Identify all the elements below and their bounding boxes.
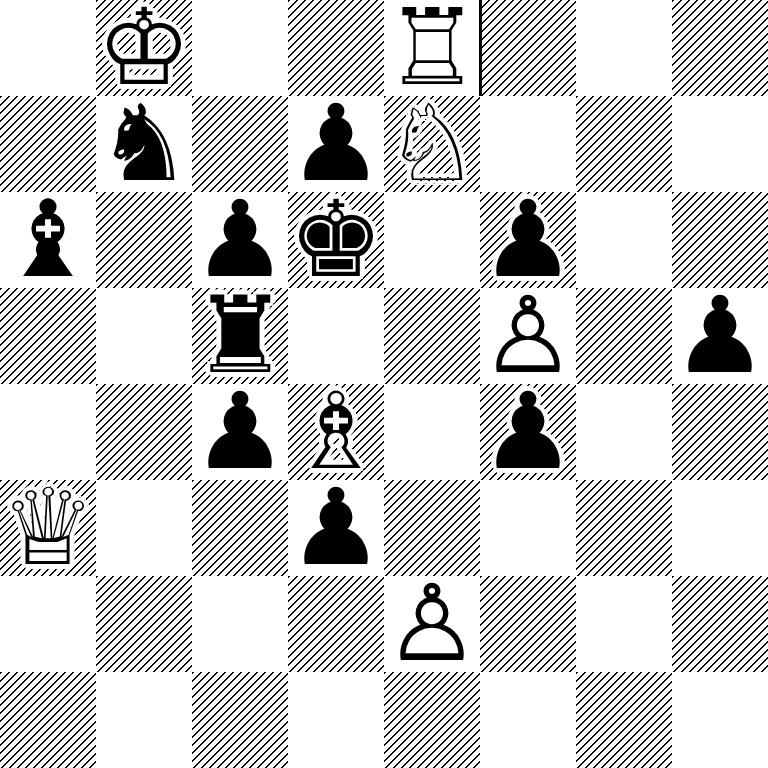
- square-b5[interactable]: [96, 288, 192, 384]
- square-b4[interactable]: [96, 384, 192, 480]
- piece-white-knight-icon: ♘: [384, 91, 479, 197]
- square-g7[interactable]: [576, 96, 672, 192]
- square-c4[interactable]: ♟: [192, 384, 288, 480]
- square-g2[interactable]: [576, 576, 672, 672]
- square-f3[interactable]: [480, 480, 576, 576]
- piece-black-bishop-icon: ♝: [0, 187, 95, 293]
- square-d3[interactable]: ♟: [288, 480, 384, 576]
- square-h1[interactable]: [672, 672, 768, 768]
- square-a3[interactable]: ♕: [0, 480, 96, 576]
- square-g1[interactable]: [576, 672, 672, 768]
- square-h4[interactable]: [672, 384, 768, 480]
- square-a8[interactable]: [0, 0, 96, 96]
- square-c8[interactable]: [192, 0, 288, 96]
- square-e1[interactable]: [384, 672, 480, 768]
- square-h2[interactable]: [672, 576, 768, 672]
- square-e5[interactable]: [384, 288, 480, 384]
- square-b6[interactable]: [96, 192, 192, 288]
- square-b3[interactable]: [96, 480, 192, 576]
- square-g8[interactable]: [576, 0, 672, 96]
- piece-white-pawn-icon: ♙: [384, 571, 479, 677]
- square-f8[interactable]: [480, 0, 576, 96]
- square-f2[interactable]: [480, 576, 576, 672]
- square-c3[interactable]: [192, 480, 288, 576]
- square-f4[interactable]: ♟: [480, 384, 576, 480]
- square-f1[interactable]: [480, 672, 576, 768]
- piece-black-knight-icon: ♞: [96, 91, 191, 197]
- square-a2[interactable]: [0, 576, 96, 672]
- square-c2[interactable]: [192, 576, 288, 672]
- square-h8[interactable]: [672, 0, 768, 96]
- square-g6[interactable]: [576, 192, 672, 288]
- piece-black-pawn-icon: ♟: [672, 283, 767, 389]
- square-d2[interactable]: [288, 576, 384, 672]
- square-a6[interactable]: ♝: [0, 192, 96, 288]
- piece-white-queen-icon: ♕: [0, 475, 95, 581]
- square-a5[interactable]: [0, 288, 96, 384]
- square-b7[interactable]: ♞: [96, 96, 192, 192]
- chess-board: ♔♖♞♟♘♝♟♚♟♜♙♟♟♗♟♕♟♙: [0, 0, 768, 768]
- square-g4[interactable]: [576, 384, 672, 480]
- chess-diagram: ♔♖♞♟♘♝♟♚♟♜♙♟♟♗♟♕♟♙: [0, 0, 768, 768]
- square-e2[interactable]: ♙: [384, 576, 480, 672]
- piece-black-pawn-icon: ♟: [192, 379, 287, 485]
- square-g5[interactable]: [576, 288, 672, 384]
- square-d6[interactable]: ♚: [288, 192, 384, 288]
- piece-black-king-icon: ♚: [288, 187, 383, 293]
- square-b2[interactable]: [96, 576, 192, 672]
- square-b1[interactable]: [96, 672, 192, 768]
- square-h3[interactable]: [672, 480, 768, 576]
- square-e4[interactable]: [384, 384, 480, 480]
- piece-black-pawn-icon: ♟: [480, 379, 575, 485]
- square-c1[interactable]: [192, 672, 288, 768]
- square-h7[interactable]: [672, 96, 768, 192]
- square-a1[interactable]: [0, 672, 96, 768]
- square-h5[interactable]: ♟: [672, 288, 768, 384]
- piece-black-pawn-icon: ♟: [288, 475, 383, 581]
- square-e6[interactable]: [384, 192, 480, 288]
- square-e7[interactable]: ♘: [384, 96, 480, 192]
- square-g3[interactable]: [576, 480, 672, 576]
- square-d1[interactable]: [288, 672, 384, 768]
